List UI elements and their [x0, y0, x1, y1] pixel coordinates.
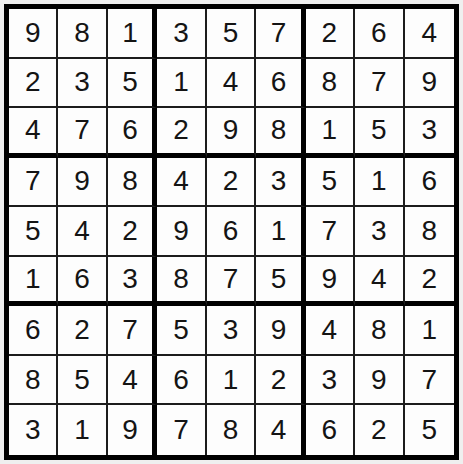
- cell-r3c9[interactable]: 3: [405, 108, 454, 158]
- cell-r4c6[interactable]: 3: [256, 158, 305, 208]
- cell-r3c1[interactable]: 4: [9, 108, 58, 158]
- cell-r4c7[interactable]: 5: [306, 158, 355, 208]
- cell-r5c5[interactable]: 6: [207, 207, 256, 257]
- cell-r4c2[interactable]: 9: [58, 158, 107, 208]
- cell-r1c4[interactable]: 3: [157, 9, 206, 59]
- cell-r8c2[interactable]: 5: [58, 356, 107, 406]
- cell-r1c8[interactable]: 6: [355, 9, 404, 59]
- cell-r4c4[interactable]: 4: [157, 158, 206, 208]
- cell-r7c2[interactable]: 2: [58, 306, 107, 356]
- cell-r8c5[interactable]: 1: [207, 356, 256, 406]
- cell-r5c6[interactable]: 1: [256, 207, 305, 257]
- cell-r3c7[interactable]: 1: [306, 108, 355, 158]
- cell-r8c4[interactable]: 6: [157, 356, 206, 406]
- cell-r1c7[interactable]: 2: [306, 9, 355, 59]
- cell-r4c9[interactable]: 6: [405, 158, 454, 208]
- cell-r3c2[interactable]: 7: [58, 108, 107, 158]
- cell-r8c6[interactable]: 2: [256, 356, 305, 406]
- cell-r8c1[interactable]: 8: [9, 356, 58, 406]
- cell-r5c3[interactable]: 2: [108, 207, 157, 257]
- cell-r9c7[interactable]: 6: [306, 405, 355, 455]
- cell-r7c4[interactable]: 5: [157, 306, 206, 356]
- page-background: 9813572642351468794762981537984235165429…: [0, 0, 463, 464]
- cell-r6c7[interactable]: 9: [306, 257, 355, 307]
- cell-r8c7[interactable]: 3: [306, 356, 355, 406]
- cell-r3c4[interactable]: 2: [157, 108, 206, 158]
- cell-r9c2[interactable]: 1: [58, 405, 107, 455]
- cell-r2c3[interactable]: 5: [108, 59, 157, 109]
- cell-r9c1[interactable]: 3: [9, 405, 58, 455]
- cell-r6c4[interactable]: 8: [157, 257, 206, 307]
- cell-r9c9[interactable]: 5: [405, 405, 454, 455]
- cell-r4c8[interactable]: 1: [355, 158, 404, 208]
- cell-r8c9[interactable]: 7: [405, 356, 454, 406]
- cell-r4c5[interactable]: 2: [207, 158, 256, 208]
- cell-r5c2[interactable]: 4: [58, 207, 107, 257]
- cell-r5c8[interactable]: 3: [355, 207, 404, 257]
- cell-r5c7[interactable]: 7: [306, 207, 355, 257]
- cell-r1c2[interactable]: 8: [58, 9, 107, 59]
- cell-r8c8[interactable]: 9: [355, 356, 404, 406]
- cell-r3c8[interactable]: 5: [355, 108, 404, 158]
- cell-r8c3[interactable]: 4: [108, 356, 157, 406]
- cell-r2c5[interactable]: 4: [207, 59, 256, 109]
- cell-r3c3[interactable]: 6: [108, 108, 157, 158]
- cell-r4c1[interactable]: 7: [9, 158, 58, 208]
- cell-r3c5[interactable]: 9: [207, 108, 256, 158]
- cell-r9c3[interactable]: 9: [108, 405, 157, 455]
- cell-r5c4[interactable]: 9: [157, 207, 206, 257]
- cell-r9c8[interactable]: 2: [355, 405, 404, 455]
- cell-r2c2[interactable]: 3: [58, 59, 107, 109]
- cell-r7c8[interactable]: 8: [355, 306, 404, 356]
- cell-r1c3[interactable]: 1: [108, 9, 157, 59]
- cell-r7c7[interactable]: 4: [306, 306, 355, 356]
- cell-r7c3[interactable]: 7: [108, 306, 157, 356]
- cell-r6c5[interactable]: 7: [207, 257, 256, 307]
- cell-r1c6[interactable]: 7: [256, 9, 305, 59]
- cell-r1c1[interactable]: 9: [9, 9, 58, 59]
- cell-r3c6[interactable]: 8: [256, 108, 305, 158]
- cell-r2c6[interactable]: 6: [256, 59, 305, 109]
- cell-r6c8[interactable]: 4: [355, 257, 404, 307]
- cell-r5c9[interactable]: 8: [405, 207, 454, 257]
- cell-r5c1[interactable]: 5: [9, 207, 58, 257]
- cell-r6c3[interactable]: 3: [108, 257, 157, 307]
- cell-r2c7[interactable]: 8: [306, 59, 355, 109]
- cell-r2c8[interactable]: 7: [355, 59, 404, 109]
- cell-r7c5[interactable]: 3: [207, 306, 256, 356]
- cell-r7c9[interactable]: 1: [405, 306, 454, 356]
- cell-r1c9[interactable]: 4: [405, 9, 454, 59]
- cell-r6c1[interactable]: 1: [9, 257, 58, 307]
- cell-r4c3[interactable]: 8: [108, 158, 157, 208]
- cell-r2c1[interactable]: 2: [9, 59, 58, 109]
- cell-r2c9[interactable]: 9: [405, 59, 454, 109]
- cell-r9c6[interactable]: 4: [256, 405, 305, 455]
- cell-r6c6[interactable]: 5: [256, 257, 305, 307]
- cell-r1c5[interactable]: 5: [207, 9, 256, 59]
- cell-r7c1[interactable]: 6: [9, 306, 58, 356]
- cell-r9c4[interactable]: 7: [157, 405, 206, 455]
- cell-r6c9[interactable]: 2: [405, 257, 454, 307]
- cell-r7c6[interactable]: 9: [256, 306, 305, 356]
- cell-r9c5[interactable]: 8: [207, 405, 256, 455]
- cell-r6c2[interactable]: 6: [58, 257, 107, 307]
- cell-r2c4[interactable]: 1: [157, 59, 206, 109]
- sudoku-board: 9813572642351468794762981537984235165429…: [4, 4, 459, 460]
